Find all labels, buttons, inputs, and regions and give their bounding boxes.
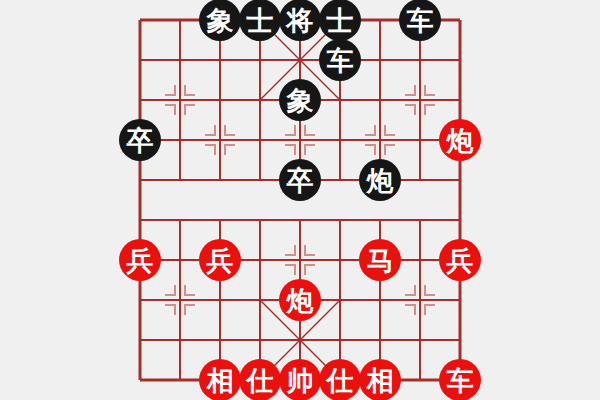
board-point: 卒 — [280, 160, 320, 200]
board-point: 炮 — [280, 280, 320, 320]
piece-red-cannon[interactable]: 炮 — [279, 279, 321, 321]
board-point: 相 — [200, 360, 240, 400]
board-point: 车 — [440, 360, 480, 400]
piece-black-general[interactable]: 将 — [279, 0, 321, 41]
board-point: 士 — [240, 0, 280, 40]
xiangqi-app-screen: 象士将士车车象卒炮卒炮兵兵马兵炮相仕帅仕相车 — [0, 0, 600, 400]
piece-red-advisor[interactable]: 仕 — [319, 359, 361, 400]
piece-black-advisor[interactable]: 士 — [239, 0, 281, 41]
board-point: 炮 — [360, 160, 400, 200]
board-point: 车 — [320, 40, 360, 80]
piece-red-chariot[interactable]: 车 — [439, 359, 481, 400]
piece-black-advisor[interactable]: 士 — [319, 0, 361, 41]
piece-black-soldier[interactable]: 卒 — [279, 159, 321, 201]
board-point: 士 — [320, 0, 360, 40]
board-point: 卒 — [120, 120, 160, 160]
piece-red-general[interactable]: 帅 — [279, 359, 321, 400]
board-point: 相 — [360, 360, 400, 400]
piece-red-cannon[interactable]: 炮 — [439, 119, 481, 161]
piece-red-horse[interactable]: 马 — [359, 239, 401, 281]
board-point: 车 — [400, 0, 440, 40]
piece-black-chariot[interactable]: 车 — [319, 39, 361, 81]
piece-black-chariot[interactable]: 车 — [399, 0, 441, 41]
board-point: 仕 — [320, 360, 360, 400]
board-point: 将 — [280, 0, 320, 40]
board-point: 帅 — [280, 360, 320, 400]
piece-red-advisor[interactable]: 仕 — [239, 359, 281, 400]
piece-red-soldier[interactable]: 兵 — [199, 239, 241, 281]
piece-black-elephant[interactable]: 象 — [199, 0, 241, 41]
piece-red-elephant[interactable]: 相 — [199, 359, 241, 400]
piece-red-soldier[interactable]: 兵 — [119, 239, 161, 281]
board-point: 仕 — [240, 360, 280, 400]
board-point: 象 — [280, 80, 320, 120]
board-point: 象 — [200, 0, 240, 40]
board-point: 兵 — [200, 240, 240, 280]
board-point: 炮 — [440, 120, 480, 160]
piece-red-elephant[interactable]: 相 — [359, 359, 401, 400]
piece-red-soldier[interactable]: 兵 — [439, 239, 481, 281]
xiangqi-board[interactable]: 象士将士车车象卒炮卒炮兵兵马兵炮相仕帅仕相车 — [120, 0, 480, 400]
piece-black-cannon[interactable]: 炮 — [359, 159, 401, 201]
board-point: 兵 — [440, 240, 480, 280]
piece-black-soldier[interactable]: 卒 — [119, 119, 161, 161]
board-point: 马 — [360, 240, 400, 280]
piece-black-elephant[interactable]: 象 — [279, 79, 321, 121]
board-point: 兵 — [120, 240, 160, 280]
